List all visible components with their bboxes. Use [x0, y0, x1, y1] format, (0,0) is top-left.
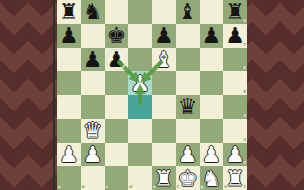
square-d4[interactable]	[128, 95, 152, 119]
square-g3[interactable]	[200, 119, 224, 143]
square-b1[interactable]: b	[81, 166, 105, 190]
piece-black-pawn[interactable]: ♟	[107, 48, 127, 71]
piece-white-pawn[interactable]: ♟	[202, 143, 222, 166]
square-b2[interactable]: ♟	[81, 143, 105, 167]
square-e8[interactable]	[152, 0, 176, 24]
square-g4[interactable]	[200, 95, 224, 119]
square-a4[interactable]	[57, 95, 81, 119]
piece-white-rook[interactable]: ♜	[154, 167, 174, 190]
rank-label-4: 4	[243, 114, 246, 118]
square-d8[interactable]	[128, 0, 152, 24]
piece-black-pawn[interactable]: ♟	[59, 24, 79, 47]
square-c7[interactable]: ♚	[105, 24, 129, 48]
square-h2[interactable]: ♟2	[223, 143, 247, 167]
rank-label-1: 1	[243, 185, 246, 189]
square-h3[interactable]: 3	[223, 119, 247, 143]
square-c6[interactable]: ♟	[105, 48, 129, 72]
file-label-e: e	[153, 185, 156, 189]
file-label-f: f	[177, 185, 179, 189]
square-c2[interactable]	[105, 143, 129, 167]
piece-white-pawn[interactable]: ♟	[83, 143, 103, 166]
piece-white-pawn[interactable]: ♟	[178, 143, 198, 166]
piece-white-knight[interactable]: ♞	[202, 167, 222, 190]
square-e3[interactable]	[152, 119, 176, 143]
square-e1[interactable]: ♜e	[152, 166, 176, 190]
square-c5[interactable]	[105, 71, 129, 95]
square-b5[interactable]	[81, 71, 105, 95]
square-g8[interactable]	[200, 0, 224, 24]
square-f7[interactable]	[176, 24, 200, 48]
piece-white-queen[interactable]: ♛	[83, 119, 103, 142]
file-label-g: g	[201, 185, 204, 189]
square-e2[interactable]	[152, 143, 176, 167]
square-g6[interactable]	[200, 48, 224, 72]
square-d7[interactable]	[128, 24, 152, 48]
rank-label-5: 5	[243, 90, 246, 94]
square-a3[interactable]	[57, 119, 81, 143]
piece-black-queen[interactable]: ♛	[178, 95, 198, 118]
piece-black-rook[interactable]: ♜	[59, 0, 79, 23]
file-label-c: c	[106, 185, 108, 189]
square-c8[interactable]	[105, 0, 129, 24]
piece-white-pawn[interactable]: ♟	[59, 143, 79, 166]
piece-black-pawn[interactable]: ♟	[202, 24, 222, 47]
board-grid: ♜♞♝♜8♟♚♟♟♟7♟♟♝6♟5♛4♛3♟♟♟♟♟2abcd♜e♚f♞g♜h1	[57, 0, 247, 190]
piece-black-pawn[interactable]: ♟	[154, 24, 174, 47]
rank-label-7: 7	[243, 43, 246, 47]
square-f6[interactable]	[176, 48, 200, 72]
square-d1[interactable]: d	[128, 166, 152, 190]
square-b3[interactable]: ♛	[81, 119, 105, 143]
square-e4[interactable]	[152, 95, 176, 119]
square-b6[interactable]: ♟	[81, 48, 105, 72]
file-label-d: d	[129, 185, 132, 189]
square-b8[interactable]: ♞	[81, 0, 105, 24]
square-a6[interactable]	[57, 48, 81, 72]
square-b4[interactable]	[81, 95, 105, 119]
square-h1[interactable]: ♜h1	[223, 166, 247, 190]
square-a7[interactable]: ♟	[57, 24, 81, 48]
square-a8[interactable]: ♜	[57, 0, 81, 24]
piece-white-pawn[interactable]: ♟	[225, 143, 245, 166]
square-c4[interactable]	[105, 95, 129, 119]
piece-black-pawn[interactable]: ♟	[225, 24, 245, 47]
square-d5[interactable]: ♟	[128, 71, 152, 95]
square-g2[interactable]: ♟	[200, 143, 224, 167]
file-label-b: b	[82, 185, 85, 189]
square-h8[interactable]: ♜8	[223, 0, 247, 24]
piece-black-knight[interactable]: ♞	[83, 0, 103, 23]
square-f5[interactable]	[176, 71, 200, 95]
square-d3[interactable]	[128, 119, 152, 143]
square-d6[interactable]	[128, 48, 152, 72]
square-e5[interactable]	[152, 71, 176, 95]
square-g5[interactable]	[200, 71, 224, 95]
file-label-a: a	[58, 185, 61, 189]
rank-label-6: 6	[243, 66, 246, 70]
file-label-h: h	[224, 185, 227, 189]
piece-white-bishop[interactable]: ♝	[154, 48, 174, 71]
square-h6[interactable]: 6	[223, 48, 247, 72]
rank-label-2: 2	[243, 161, 246, 165]
square-c3[interactable]	[105, 119, 129, 143]
piece-white-rook[interactable]: ♜	[225, 167, 245, 190]
piece-black-rook[interactable]: ♜	[225, 0, 245, 23]
square-e6[interactable]: ♝	[152, 48, 176, 72]
piece-white-king[interactable]: ♚	[178, 167, 198, 190]
square-f1[interactable]: ♚f	[176, 166, 200, 190]
square-f2[interactable]: ♟	[176, 143, 200, 167]
piece-black-pawn[interactable]: ♟	[83, 48, 103, 71]
square-h5[interactable]: 5	[223, 71, 247, 95]
square-h4[interactable]: 4	[223, 95, 247, 119]
piece-white-pawn[interactable]: ♟	[130, 72, 150, 95]
piece-black-bishop[interactable]: ♝	[178, 0, 198, 23]
piece-black-king[interactable]: ♚	[107, 24, 127, 47]
app-background: ♜♞♝♜8♟♚♟♟♟7♟♟♝6♟5♛4♛3♟♟♟♟♟2abcd♜e♚f♞g♜h1	[0, 0, 304, 190]
square-e7[interactable]: ♟	[152, 24, 176, 48]
square-h7[interactable]: ♟7	[223, 24, 247, 48]
square-g1[interactable]: ♞g	[200, 166, 224, 190]
square-b7[interactable]	[81, 24, 105, 48]
square-g7[interactable]: ♟	[200, 24, 224, 48]
rank-label-3: 3	[243, 138, 246, 142]
square-a1[interactable]: a	[57, 166, 81, 190]
square-f8[interactable]: ♝	[176, 0, 200, 24]
square-f3[interactable]	[176, 119, 200, 143]
chess-board: ♜♞♝♜8♟♚♟♟♟7♟♟♝6♟5♛4♛3♟♟♟♟♟2abcd♜e♚f♞g♜h1	[53, 0, 247, 190]
square-c1[interactable]: c	[105, 166, 129, 190]
square-d2[interactable]	[128, 143, 152, 167]
square-f4[interactable]: ♛	[176, 95, 200, 119]
square-a5[interactable]	[57, 71, 81, 95]
square-a2[interactable]: ♟	[57, 143, 81, 167]
